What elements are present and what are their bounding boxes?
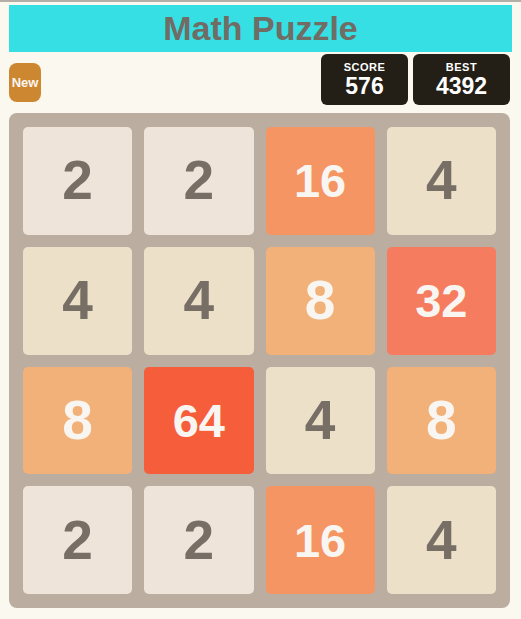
tile-64: 64 xyxy=(144,367,253,475)
header-bar: Math Puzzle xyxy=(9,5,512,52)
page-title: Math Puzzle xyxy=(163,11,358,47)
tile-8: 8 xyxy=(23,367,132,475)
tile-2: 2 xyxy=(144,486,253,594)
score-value: 576 xyxy=(345,75,383,98)
app-window: Math Puzzle New SCORE 576 BEST 4392 2 2 … xyxy=(0,0,521,619)
tile-4: 4 xyxy=(387,486,496,594)
tile-32: 32 xyxy=(387,247,496,355)
tile-4: 4 xyxy=(23,247,132,355)
tile-16: 16 xyxy=(266,127,375,235)
tile-2: 2 xyxy=(23,486,132,594)
tile-8: 8 xyxy=(266,247,375,355)
tile-2: 2 xyxy=(23,127,132,235)
game-board[interactable]: 2 2 16 4 4 4 8 32 8 64 4 8 2 2 16 4 xyxy=(9,113,510,608)
tile-8: 8 xyxy=(387,367,496,475)
tile-2: 2 xyxy=(144,127,253,235)
best-box: BEST 4392 xyxy=(413,54,510,105)
tile-4: 4 xyxy=(144,247,253,355)
tile-4: 4 xyxy=(266,367,375,475)
score-box: SCORE 576 xyxy=(321,54,408,105)
tile-4: 4 xyxy=(387,127,496,235)
tile-16: 16 xyxy=(266,486,375,594)
top-border-line xyxy=(0,0,521,2)
best-value: 4392 xyxy=(436,75,487,98)
score-label: SCORE xyxy=(344,62,386,73)
best-label: BEST xyxy=(446,62,477,73)
new-game-button[interactable]: New xyxy=(9,63,41,102)
